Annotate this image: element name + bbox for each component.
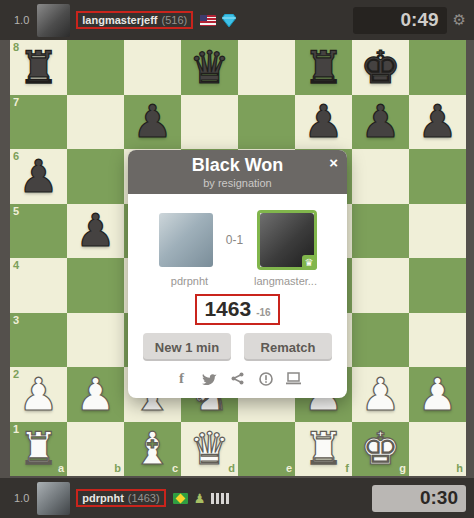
file-label: d [228,463,235,474]
bottom-player-bar: 1.0 pdrpnht (1463) ♟ 0:30 [0,478,474,518]
rank-label: 4 [13,260,19,271]
white-pawn: ♟ [18,372,58,417]
rank-label: 3 [13,315,19,326]
pawn-badge-icon: ♟ [194,492,206,505]
square-g4[interactable] [352,258,409,313]
square-g2[interactable]: ♟ [352,367,409,422]
square-h6[interactable] [409,149,466,204]
info-icon[interactable] [258,371,273,386]
file-label: a [58,463,64,474]
rank-label: 5 [13,206,19,217]
top-player-bar: 1.0 langmasterjeff (516) 0:49 ⚙ [0,0,474,40]
square-e8[interactable] [238,40,295,95]
rank-label: 2 [13,369,19,380]
square-b2[interactable]: ♟ [67,367,124,422]
white-rook: ♜ [303,426,343,471]
square-a1[interactable]: 1a♜ [10,422,67,477]
rank-label: 6 [13,151,19,162]
square-a3[interactable]: 3 [10,313,67,368]
square-h2[interactable]: ♟ [409,367,466,422]
diamond-membership-icon[interactable] [222,14,236,27]
twitter-icon[interactable] [202,371,217,386]
square-f1[interactable]: f♜ [295,422,352,477]
share-row: f [128,371,347,386]
file-label: h [456,463,463,474]
square-h8[interactable] [409,40,466,95]
square-b1[interactable]: b [67,422,124,477]
white-king: ♚ [360,426,400,471]
settings-gear-icon[interactable]: ⚙ [453,11,466,29]
left-player-avatar[interactable] [159,213,213,267]
rating-change: -16 [256,307,270,318]
square-b8[interactable] [67,40,124,95]
dialog-header: Black Won by resignation × [128,150,347,194]
square-f8[interactable]: ♜ [295,40,352,95]
bottom-score: 1.0 [14,492,29,504]
dialog-buttons: New 1 min Rematch [128,333,347,361]
black-pawn: ♟ [18,154,58,199]
white-pawn: ♟ [417,372,457,417]
square-a2[interactable]: 2♟ [10,367,67,422]
square-b6[interactable] [67,149,124,204]
rank-label: 7 [13,97,19,108]
white-bishop: ♝ [132,426,172,471]
square-c7[interactable]: ♟ [124,95,181,150]
black-pawn: ♟ [417,99,457,144]
square-h1[interactable]: h [409,422,466,477]
black-pawn: ♟ [132,99,172,144]
winner-crown-icon: ♛ [302,255,317,270]
square-e7[interactable] [238,95,295,150]
white-pawn: ♟ [75,372,115,417]
black-pawn: ♟ [360,99,400,144]
square-f7[interactable]: ♟ [295,95,352,150]
rating-annotation-box: 1463 -16 [195,294,279,325]
result-subtitle: by resignation [128,177,347,189]
top-username[interactable]: langmasterjeff [82,14,157,26]
facebook-icon[interactable]: f [174,371,189,386]
bottom-player-avatar[interactable] [37,482,70,515]
square-a4[interactable]: 4 [10,258,67,313]
black-king: ♚ [360,45,400,90]
square-a7[interactable]: 7 [10,95,67,150]
file-label: b [114,463,121,474]
square-a8[interactable]: 8♜ [10,40,67,95]
top-rating: (516) [162,14,188,26]
result-title: Black Won [128,150,347,176]
left-player-name[interactable]: pdrpnht [142,275,238,287]
square-g3[interactable] [352,313,409,368]
white-rook: ♜ [18,426,58,471]
players-row: 0-1 ♛ [128,210,347,270]
black-rook: ♜ [18,45,58,90]
file-label: g [399,463,406,474]
white-queen: ♛ [189,426,229,471]
square-d7[interactable] [181,95,238,150]
square-d8[interactable]: ♛ [181,40,238,95]
new-rating: 1463 [204,297,251,321]
black-pawn: ♟ [75,208,115,253]
rating-row: 1463 -16 [128,294,347,325]
file-label: c [172,463,178,474]
top-rating-annotation-box: langmasterjeff (516) [76,11,193,29]
bottom-rating: (1463) [128,492,160,504]
rank-label: 8 [13,42,19,53]
top-score: 1.0 [14,14,29,26]
us-flag-icon [200,15,216,26]
square-h5[interactable] [409,204,466,259]
file-label: f [345,463,349,474]
computer-icon[interactable] [286,371,301,386]
square-b5[interactable]: ♟ [67,204,124,259]
bottom-rating-annotation-box: pdrpnht (1463) [76,489,165,507]
square-b4[interactable] [67,258,124,313]
game-result-dialog: Black Won by resignation × 0-1 ♛ pdrpnht… [128,150,347,398]
rank-label: 1 [13,424,19,435]
white-pawn: ♟ [360,372,400,417]
signal-bars-icon [211,493,229,504]
square-a5[interactable]: 5 [10,204,67,259]
square-e1[interactable]: e [238,422,295,477]
black-rook: ♜ [303,45,343,90]
close-icon[interactable]: × [329,154,338,171]
square-h7[interactable]: ♟ [409,95,466,150]
match-score: 0-1 [213,233,257,247]
square-b7[interactable] [67,95,124,150]
square-g7[interactable]: ♟ [352,95,409,150]
top-clock: 0:49 [353,7,447,34]
winner-avatar-frame: ♛ [257,210,317,270]
black-queen: ♛ [189,45,229,90]
square-h3[interactable] [409,313,466,368]
bottom-clock: 0:30 [372,485,466,512]
file-label: e [286,463,292,474]
rematch-button[interactable]: Rematch [244,333,332,361]
player-names-row: pdrpnht langmaster... [128,275,347,287]
share-icon[interactable] [230,371,245,386]
right-player-name[interactable]: langmaster... [238,275,334,287]
square-g8[interactable]: ♚ [352,40,409,95]
square-c8[interactable] [124,40,181,95]
top-player-avatar[interactable] [37,4,70,37]
square-a6[interactable]: 6♟ [10,149,67,204]
bottom-username[interactable]: pdrpnht [82,492,124,504]
black-pawn: ♟ [303,99,343,144]
square-h4[interactable] [409,258,466,313]
square-d1[interactable]: d♛ [181,422,238,477]
square-g5[interactable] [352,204,409,259]
square-b3[interactable] [67,313,124,368]
brazil-flag-icon [173,493,188,504]
chess-app-window: 1.0 langmasterjeff (516) 0:49 ⚙ 8♜♛♜♚7♟♟… [0,0,474,518]
square-g1[interactable]: g♚ [352,422,409,477]
square-g6[interactable] [352,149,409,204]
square-c1[interactable]: c♝ [124,422,181,477]
new-game-button[interactable]: New 1 min [143,333,231,361]
